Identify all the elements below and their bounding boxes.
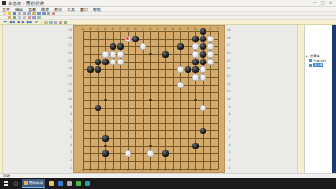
status-text: 就绪 [3, 174, 10, 178]
open-icon[interactable] [8, 12, 11, 15]
game-file-icon [309, 64, 312, 67]
coord-label: E [109, 27, 117, 31]
white-stone[interactable] [117, 59, 124, 66]
white-stone[interactable] [102, 51, 109, 58]
paste-icon[interactable] [32, 12, 35, 15]
game-tree: ▸ 棋谱库 对局 001 第1谱 [306, 54, 331, 68]
coord-label: 6 [67, 127, 72, 135]
start-button[interactable] [2, 179, 10, 188]
last-move-marker [126, 37, 128, 39]
black-stone[interactable] [102, 135, 109, 142]
toolbar-separator [41, 21, 42, 24]
coord-label: 18 [226, 35, 231, 43]
board-icon[interactable] [8, 16, 11, 19]
black-stone[interactable] [110, 43, 117, 50]
white-stone[interactable] [207, 51, 214, 58]
nav-4-icon[interactable]: ▶▶ [26, 21, 32, 24]
folder-icon[interactable] [47, 179, 56, 188]
nav-3-icon[interactable]: ▶ [21, 21, 25, 24]
coord-label: 6 [226, 127, 231, 135]
vertical-scrollbar[interactable] [297, 25, 304, 173]
coord-label: A [79, 27, 87, 31]
grid-line-h [83, 123, 219, 124]
menu-item-6[interactable]: 窗口 [80, 7, 88, 12]
coord-label: 11 [226, 88, 231, 96]
coord-label: 2 [226, 157, 231, 165]
white-stone[interactable] [125, 150, 132, 157]
white-stone[interactable] [192, 51, 199, 58]
black-stone[interactable] [200, 128, 207, 135]
black-stone[interactable] [95, 59, 102, 66]
coord-label: 16 [226, 50, 231, 58]
menu-item-3[interactable]: 棋谱 [41, 7, 49, 12]
print-icon[interactable] [18, 12, 21, 15]
grid-line-h [83, 130, 219, 131]
black-stone[interactable] [192, 66, 199, 73]
coord-label: 3 [67, 149, 72, 157]
black-stone[interactable] [162, 150, 169, 157]
nav-0-icon[interactable]: ⏮ [3, 21, 7, 24]
star-point [149, 99, 151, 101]
nav-5-icon[interactable]: ⏭ [34, 21, 38, 24]
grid-line-h [83, 169, 219, 170]
coord-label: C [94, 27, 102, 31]
grid-line-v [180, 31, 181, 169]
coord-label: 13 [67, 73, 72, 81]
white-stone[interactable] [147, 150, 154, 157]
coord-label: B [87, 27, 95, 31]
coord-label: 14 [226, 65, 231, 73]
menu-item-5[interactable]: 工具 [67, 7, 75, 12]
coord-label: F [117, 27, 125, 31]
coord-label: 16 [67, 50, 72, 58]
white-stone[interactable] [207, 59, 214, 66]
black-stone[interactable] [95, 105, 102, 112]
goban[interactable]: ABCDEFGHJKLMNOPQRST ABCDEFGHJKLMNOPQRST … [74, 26, 224, 172]
star-point [194, 99, 196, 101]
white-stone[interactable] [192, 43, 199, 50]
coord-label: 7 [67, 119, 72, 127]
coord-label: M [162, 27, 170, 31]
coord-label: 15 [67, 58, 72, 66]
coord-label: O [177, 27, 185, 31]
undo-icon[interactable] [37, 12, 40, 15]
coord-label: 7 [226, 119, 231, 127]
copy-icon[interactable] [27, 12, 30, 15]
black-stone[interactable] [162, 51, 169, 58]
main-area: ABCDEFGHJKLMNOPQRST ABCDEFGHJKLMNOPQRST … [0, 25, 336, 173]
coord-label: K [147, 27, 155, 31]
coord-label: G [124, 27, 132, 31]
grid-line-h [83, 108, 219, 109]
coord-label: Q [192, 27, 200, 31]
coord-label: J [139, 27, 147, 31]
document-icon[interactable] [65, 179, 74, 188]
coord-label: 8 [67, 111, 72, 119]
black-stone[interactable] [192, 36, 199, 43]
black-stone[interactable] [200, 36, 207, 43]
black-stone[interactable] [87, 66, 94, 73]
coords-right: 19181716151413121110987654321 [226, 27, 231, 172]
close-button[interactable]: × [329, 0, 332, 6]
black-stone[interactable] [200, 59, 207, 66]
color-icon[interactable] [59, 21, 62, 24]
black-stone[interactable] [177, 43, 184, 50]
white-stone[interactable] [110, 59, 117, 66]
menu-item-1[interactable]: 编辑 [15, 7, 23, 12]
nav-2-icon[interactable]: ◀ [16, 21, 20, 24]
grid-line-h [83, 161, 219, 162]
save-icon[interactable] [13, 12, 16, 15]
black-stone[interactable] [95, 66, 102, 73]
docked-panel-edge [332, 25, 336, 173]
coord-label: 17 [226, 42, 231, 50]
coord-label: 1 [67, 165, 72, 173]
black-stone[interactable] [102, 150, 109, 157]
coord-label: D [102, 27, 110, 31]
coord-label: H [132, 27, 140, 31]
white-stone[interactable] [177, 82, 184, 89]
coord-label: 18 [67, 35, 72, 43]
white-stone[interactable] [177, 66, 184, 73]
black-stone[interactable] [200, 28, 207, 35]
coord-label: P [184, 27, 192, 31]
white-stone[interactable] [207, 43, 214, 50]
active-app-icon [24, 181, 28, 185]
coord-label: N [169, 27, 177, 31]
zoom-icon[interactable] [54, 21, 57, 24]
board-area: ABCDEFGHJKLMNOPQRST ABCDEFGHJKLMNOPQRST … [3, 25, 297, 173]
star-point [104, 99, 106, 101]
coord-label: 10 [226, 96, 231, 104]
new-icon[interactable] [3, 12, 6, 15]
grid-line-v [188, 31, 189, 169]
coords-left: 19181716151413121110987654321 [67, 27, 72, 172]
redo-icon[interactable] [42, 12, 45, 15]
app-icon [2, 1, 6, 5]
coord-label: 12 [67, 81, 72, 89]
game-tree-panel: ▸ 棋谱库 对局 001 第1谱 [304, 25, 332, 173]
mark-icon[interactable] [28, 16, 31, 19]
setup-icon[interactable] [23, 16, 26, 19]
menu-item-2[interactable]: 查看 [28, 7, 36, 12]
coord-label: 9 [67, 104, 72, 112]
game-file-icon [309, 59, 312, 62]
white-stone[interactable] [140, 43, 147, 50]
coord-label: 5 [67, 134, 72, 142]
white-stone[interactable] [200, 105, 207, 112]
expand-icon[interactable]: ▸ [306, 54, 309, 58]
cut-icon[interactable] [23, 12, 26, 15]
black-stone[interactable] [200, 43, 207, 50]
coord-label: 12 [226, 81, 231, 89]
coord-label: 14 [67, 65, 72, 73]
count-icon[interactable] [37, 16, 40, 19]
black-stone[interactable] [200, 51, 207, 58]
coord-label: 1 [226, 165, 231, 173]
grid-line-v [173, 31, 174, 169]
grid-line-v [218, 31, 219, 169]
coord-label: 5 [226, 134, 231, 142]
white-stone[interactable] [110, 51, 117, 58]
search-icon[interactable]: ○ [12, 179, 20, 188]
coord-label: 9 [226, 104, 231, 112]
menu-item-7[interactable]: 帮助 [93, 7, 101, 12]
pass-icon[interactable] [44, 21, 47, 24]
tree-icon[interactable] [13, 16, 16, 19]
coord-label: 15 [226, 58, 231, 66]
coord-label: 17 [67, 42, 72, 50]
coord-label: 4 [226, 142, 231, 150]
star-point [104, 145, 106, 147]
minimize-button[interactable]: — [313, 0, 317, 6]
rotate-icon[interactable] [49, 21, 52, 24]
media-icon[interactable] [83, 179, 92, 188]
black-stone[interactable] [192, 143, 199, 150]
coord-label: 10 [67, 96, 72, 104]
nav-1-icon[interactable]: ◀◀ [9, 21, 15, 24]
menu-item-0[interactable]: 文件 [2, 7, 10, 12]
board-grid[interactable] [83, 31, 218, 169]
grid-line-v [158, 31, 159, 169]
title-bar: 未命名 - 围棋棋谱 — □ × [0, 0, 336, 7]
find-icon[interactable] [47, 12, 50, 15]
white-stone[interactable] [117, 51, 124, 58]
white-stone[interactable] [200, 66, 207, 73]
coord-label: 3 [226, 149, 231, 157]
coord-label: 4 [67, 142, 72, 150]
coord-label: 19 [226, 27, 231, 35]
coord-label: S [207, 27, 215, 31]
maximize-button[interactable]: □ [321, 0, 325, 6]
tree-selected-item[interactable]: 第1谱 [306, 63, 331, 68]
coord-label: 2 [67, 157, 72, 165]
coord-label: L [154, 27, 162, 31]
black-stone[interactable] [117, 43, 124, 50]
wechat-icon[interactable] [74, 179, 83, 188]
white-stone[interactable] [200, 74, 207, 81]
coord-label: 11 [67, 88, 72, 96]
letter-icon[interactable] [32, 16, 35, 19]
comment-icon[interactable] [18, 16, 21, 19]
active-task-button[interactable]: 围棋棋谱 [22, 179, 45, 188]
menu-item-4[interactable]: 着法 [54, 7, 62, 12]
info-icon[interactable] [52, 12, 55, 15]
grid-line-h [83, 115, 219, 116]
windows-taskbar: ○ 围棋棋谱 [0, 178, 336, 189]
app-window: 未命名 - 围棋棋谱 — □ × 文件编辑查看棋谱着法工具窗口帮助 ⏮◀◀◀▶▶… [0, 0, 336, 189]
windows-logo-icon [4, 181, 9, 186]
grid-icon[interactable] [64, 21, 67, 24]
star-point [149, 53, 151, 55]
coord-label: 13 [226, 73, 231, 81]
star-point [149, 145, 151, 147]
white-stone[interactable] [192, 74, 199, 81]
browser-icon[interactable] [56, 179, 65, 188]
black-stone[interactable] [192, 59, 199, 66]
white-stone[interactable] [207, 36, 214, 43]
coord-label: 19 [67, 27, 72, 35]
coord-label: 8 [226, 111, 231, 119]
coord-label: T [214, 27, 222, 31]
black-stone[interactable] [102, 59, 109, 66]
black-stone[interactable] [132, 36, 139, 43]
black-stone[interactable] [185, 66, 192, 73]
